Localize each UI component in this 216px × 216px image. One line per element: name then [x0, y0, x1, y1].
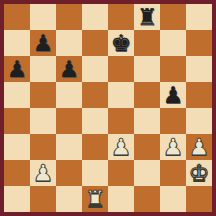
square-g1[interactable]	[160, 186, 186, 212]
black-pawn-piece: ♟	[33, 30, 54, 56]
square-a4[interactable]	[4, 108, 30, 134]
square-c4[interactable]	[56, 108, 82, 134]
square-e1[interactable]	[108, 186, 134, 212]
square-c8[interactable]	[56, 4, 82, 30]
square-a7[interactable]	[4, 30, 30, 56]
square-a8[interactable]	[4, 4, 30, 30]
square-f6[interactable]	[134, 56, 160, 82]
square-h5[interactable]	[186, 82, 212, 108]
black-pawn-piece: ♟	[163, 82, 184, 108]
square-g5[interactable]: ♟	[160, 82, 186, 108]
square-b3[interactable]	[30, 134, 56, 160]
square-a6[interactable]: ♟	[4, 56, 30, 82]
white-rook-piece: ♜	[85, 186, 106, 212]
square-c7[interactable]	[56, 30, 82, 56]
square-e5[interactable]	[108, 82, 134, 108]
square-e7[interactable]: ♚	[108, 30, 134, 56]
square-g4[interactable]	[160, 108, 186, 134]
square-f3[interactable]	[134, 134, 160, 160]
chess-board: ♜♟♚♟♟♟♟♟♟♟♚♜	[4, 4, 212, 212]
white-pawn-piece: ♟	[189, 134, 210, 160]
square-f2[interactable]	[134, 160, 160, 186]
square-b4[interactable]	[30, 108, 56, 134]
square-e2[interactable]	[108, 160, 134, 186]
square-e3[interactable]: ♟	[108, 134, 134, 160]
square-c1[interactable]	[56, 186, 82, 212]
black-pawn-piece: ♟	[59, 56, 80, 82]
white-pawn-piece: ♟	[33, 160, 54, 186]
square-d2[interactable]	[82, 160, 108, 186]
square-b1[interactable]	[30, 186, 56, 212]
square-a2[interactable]	[4, 160, 30, 186]
white-king-piece: ♚	[189, 160, 210, 186]
square-d5[interactable]	[82, 82, 108, 108]
square-a5[interactable]	[4, 82, 30, 108]
square-h4[interactable]	[186, 108, 212, 134]
square-d6[interactable]	[82, 56, 108, 82]
board-frame: ♜♟♚♟♟♟♟♟♟♟♚♜	[0, 0, 216, 216]
square-h2[interactable]: ♚	[186, 160, 212, 186]
square-d8[interactable]	[82, 4, 108, 30]
square-b7[interactable]: ♟	[30, 30, 56, 56]
square-e6[interactable]	[108, 56, 134, 82]
square-b8[interactable]	[30, 4, 56, 30]
square-b5[interactable]	[30, 82, 56, 108]
white-pawn-piece: ♟	[163, 134, 184, 160]
square-f5[interactable]	[134, 82, 160, 108]
square-f8[interactable]: ♜	[134, 4, 160, 30]
square-e4[interactable]	[108, 108, 134, 134]
square-c2[interactable]	[56, 160, 82, 186]
square-b2[interactable]: ♟	[30, 160, 56, 186]
black-pawn-piece: ♟	[7, 56, 28, 82]
square-g3[interactable]: ♟	[160, 134, 186, 160]
square-f7[interactable]	[134, 30, 160, 56]
square-f4[interactable]	[134, 108, 160, 134]
square-a1[interactable]	[4, 186, 30, 212]
square-d7[interactable]	[82, 30, 108, 56]
square-c5[interactable]	[56, 82, 82, 108]
square-b6[interactable]	[30, 56, 56, 82]
chess-app-window: ♜♟♚♟♟♟♟♟♟♟♚♜	[0, 0, 216, 216]
square-g6[interactable]	[160, 56, 186, 82]
square-c6[interactable]: ♟	[56, 56, 82, 82]
square-h1[interactable]	[186, 186, 212, 212]
square-d4[interactable]	[82, 108, 108, 134]
square-h3[interactable]: ♟	[186, 134, 212, 160]
square-g8[interactable]	[160, 4, 186, 30]
square-h6[interactable]	[186, 56, 212, 82]
square-g2[interactable]	[160, 160, 186, 186]
black-rook-piece: ♜	[137, 4, 158, 30]
square-d3[interactable]	[82, 134, 108, 160]
square-h8[interactable]	[186, 4, 212, 30]
square-a3[interactable]	[4, 134, 30, 160]
square-g7[interactable]	[160, 30, 186, 56]
square-e8[interactable]	[108, 4, 134, 30]
white-pawn-piece: ♟	[111, 134, 132, 160]
square-d1[interactable]: ♜	[82, 186, 108, 212]
square-h7[interactable]	[186, 30, 212, 56]
square-c3[interactable]	[56, 134, 82, 160]
square-f1[interactable]	[134, 186, 160, 212]
black-king-piece: ♚	[111, 30, 132, 56]
